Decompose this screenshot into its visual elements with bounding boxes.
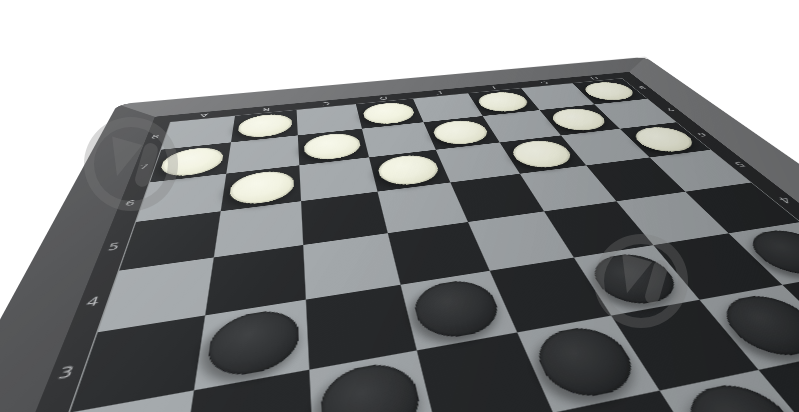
file-label-top-c: C — [322, 101, 330, 106]
file-label-top-d: D — [379, 96, 388, 101]
file-label-top-e: E — [435, 91, 444, 95]
product-photo-scene: AABBCCDDEEFFGGHH8877665544332211 — [0, 0, 799, 412]
file-label-top-b: B — [262, 107, 270, 112]
file-label-top-a: A — [200, 113, 209, 118]
checkers-board: AABBCCDDEEFFGGHH8877665544332211 — [0, 57, 799, 412]
